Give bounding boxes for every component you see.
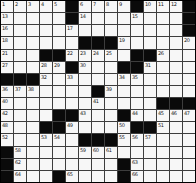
black-cell-r8-c8	[92, 86, 104, 97]
white-cell-r12-c15[interactable]	[183, 134, 195, 145]
clue-number-47: 47	[184, 110, 189, 116]
clue-number-42: 42	[2, 110, 7, 116]
white-cell-r2-c11[interactable]: 15	[131, 13, 143, 24]
black-cell-r3-c15	[183, 25, 195, 36]
white-cell-r4-c3[interactable]	[27, 37, 39, 48]
white-cell-r1-c9[interactable]: 8	[105, 1, 117, 12]
white-cell-r5-c3[interactable]	[27, 50, 39, 61]
white-cell-r2-c3[interactable]	[27, 13, 39, 24]
white-cell-r10-c12[interactable]	[144, 110, 156, 121]
white-cell-r5-c15[interactable]	[183, 50, 195, 61]
black-cell-r11-c5	[53, 122, 65, 133]
clue-number-34: 34	[119, 74, 124, 80]
white-cell-r4-c11[interactable]	[131, 37, 143, 48]
clue-number-2: 2	[15, 1, 18, 7]
clue-number-27: 27	[2, 62, 7, 68]
clue-number-16: 16	[2, 25, 7, 31]
clue-number-60: 60	[93, 147, 98, 153]
white-cell-r1-c7[interactable]: 6	[79, 1, 91, 12]
white-cell-r12-c10[interactable]: 55	[118, 134, 130, 145]
clue-number-57: 57	[145, 134, 150, 140]
white-cell-r6-c3[interactable]	[27, 62, 39, 73]
black-cell-r11-c4	[40, 122, 52, 133]
white-cell-r10-c13[interactable]: 45	[157, 110, 169, 121]
clue-number-30: 30	[80, 62, 85, 68]
white-cell-r2-c14[interactable]	[170, 13, 182, 24]
white-cell-r9-c5[interactable]	[53, 98, 65, 109]
white-cell-r9-c8[interactable]: 41	[92, 98, 104, 109]
white-cell-r4-c6[interactable]	[66, 37, 78, 48]
white-cell-r3-c4[interactable]	[40, 25, 52, 36]
white-cell-r12-c2[interactable]	[14, 134, 26, 145]
white-cell-r13-c11[interactable]	[131, 147, 143, 158]
white-cell-r10-c11[interactable]: 44	[131, 110, 143, 121]
white-cell-r14-c7[interactable]	[79, 159, 91, 170]
clue-number-3: 3	[28, 1, 31, 7]
white-cell-r15-c12[interactable]	[144, 171, 156, 182]
clue-number-40: 40	[2, 98, 7, 104]
clue-number-65: 65	[67, 171, 72, 177]
white-cell-r14-c14[interactable]	[170, 159, 182, 170]
white-cell-r13-c5[interactable]	[53, 147, 65, 158]
white-cell-r11-c10[interactable]: 50	[118, 122, 130, 133]
white-cell-r4-c10[interactable]: 19	[118, 37, 130, 48]
black-cell-r6-c11	[131, 62, 143, 73]
black-cell-r4-c7	[79, 37, 91, 48]
white-cell-r7-c8[interactable]	[92, 74, 104, 85]
white-cell-r4-c4[interactable]	[40, 37, 52, 48]
white-cell-r8-c10[interactable]	[118, 86, 130, 97]
clue-number-32: 32	[41, 74, 46, 80]
black-cell-r5-c4	[40, 50, 52, 61]
white-cell-r8-c9[interactable]: 39	[105, 86, 117, 97]
white-cell-r8-c14[interactable]	[170, 86, 182, 97]
black-cell-r9-c13	[157, 98, 169, 109]
white-cell-r6-c1[interactable]: 27	[1, 62, 13, 73]
white-cell-r1-c5[interactable]: 5	[53, 1, 65, 12]
white-cell-r9-c3[interactable]	[27, 98, 39, 109]
clue-number-64: 64	[15, 171, 20, 177]
black-cell-r13-c1	[1, 147, 13, 158]
white-cell-r2-c5[interactable]	[53, 13, 65, 24]
white-cell-r11-c7[interactable]	[79, 122, 91, 133]
black-cell-r4-c8	[92, 37, 104, 48]
clue-number-21: 21	[2, 50, 7, 56]
clue-number-26: 26	[158, 50, 163, 56]
white-cell-r6-c9[interactable]	[105, 62, 117, 73]
white-cell-r6-c15[interactable]	[183, 62, 195, 73]
white-cell-r5-c2[interactable]	[14, 50, 26, 61]
clue-number-11: 11	[158, 1, 163, 7]
black-cell-r10-c6	[66, 110, 78, 121]
white-cell-r13-c2[interactable]: 58	[14, 147, 26, 158]
clue-number-28: 28	[41, 62, 46, 68]
clue-number-6: 6	[80, 1, 83, 7]
white-cell-r12-c13[interactable]	[157, 134, 169, 145]
clue-number-66: 66	[132, 171, 137, 177]
white-cell-r10-c7[interactable]: 43	[79, 110, 91, 121]
white-cell-r6-c5[interactable]: 29	[53, 62, 65, 73]
white-cell-r13-c8[interactable]: 60	[92, 147, 104, 158]
white-cell-r12-c4[interactable]: 53	[40, 134, 52, 145]
white-cell-r5-c7[interactable]: 23	[79, 50, 91, 61]
white-cell-r14-c12[interactable]	[144, 159, 156, 170]
black-cell-r6-c6	[66, 62, 78, 73]
white-cell-r13-c9[interactable]: 61	[105, 147, 117, 158]
black-cell-r4-c9	[105, 37, 117, 48]
clue-number-8: 8	[106, 1, 109, 7]
clue-number-17: 17	[67, 25, 72, 31]
white-cell-r10-c4[interactable]	[40, 110, 52, 121]
white-cell-r14-c9[interactable]	[105, 159, 117, 170]
white-cell-r4-c12[interactable]	[144, 37, 156, 48]
white-cell-r8-c13[interactable]	[157, 86, 169, 97]
clue-number-54: 54	[54, 134, 59, 140]
white-cell-r9-c12[interactable]	[144, 98, 156, 109]
white-cell-r14-c5[interactable]	[53, 159, 65, 170]
white-cell-r12-c14[interactable]	[170, 134, 182, 145]
white-cell-r1-c12[interactable]: 10	[144, 1, 156, 12]
white-cell-r12-c3[interactable]	[27, 134, 39, 145]
black-cell-r9-c15	[183, 98, 195, 109]
white-cell-r9-c11[interactable]	[131, 98, 143, 109]
clue-number-10: 10	[145, 1, 150, 7]
white-cell-r15-c13[interactable]	[157, 171, 169, 182]
white-cell-r13-c12[interactable]	[144, 147, 156, 158]
white-cell-r3-c7[interactable]	[79, 25, 91, 36]
white-cell-r5-c10[interactable]	[118, 50, 130, 61]
white-cell-r15-c4[interactable]	[40, 171, 52, 182]
white-cell-r15-c8[interactable]	[92, 171, 104, 182]
clue-number-5: 5	[54, 1, 57, 7]
white-cell-r7-c9[interactable]	[105, 74, 117, 85]
white-cell-r12-c11[interactable]: 56	[131, 134, 143, 145]
white-cell-r11-c15[interactable]	[183, 122, 195, 133]
white-cell-r1-c2[interactable]: 2	[14, 1, 26, 12]
white-cell-r12-c6[interactable]	[66, 134, 78, 145]
white-cell-r3-c9[interactable]	[105, 25, 117, 36]
white-cell-r11-c2[interactable]	[14, 122, 26, 133]
white-cell-r4-c13[interactable]	[157, 37, 169, 48]
white-cell-r8-c6[interactable]	[66, 86, 78, 97]
white-cell-r1-c13[interactable]: 11	[157, 1, 169, 12]
clue-number-22: 22	[67, 50, 72, 56]
clue-number-37: 37	[15, 86, 20, 92]
black-cell-r5-c11	[131, 50, 143, 61]
white-cell-r4-c14[interactable]	[170, 37, 182, 48]
white-cell-r6-c12[interactable]: 31	[144, 62, 156, 73]
black-cell-r12-c8	[92, 134, 104, 145]
black-cell-r2-c6	[66, 13, 78, 24]
white-cell-r8-c15[interactable]	[183, 86, 195, 97]
clue-number-58: 58	[15, 147, 20, 153]
clue-number-36: 36	[2, 86, 7, 92]
clue-number-45: 45	[158, 110, 163, 116]
white-cell-r6-c13[interactable]	[157, 62, 169, 73]
white-cell-r4-c1[interactable]: 18	[1, 37, 13, 48]
white-cell-r7-c5[interactable]	[53, 74, 65, 85]
white-cell-r13-c10[interactable]	[118, 147, 130, 158]
white-cell-r13-c4[interactable]	[40, 147, 52, 158]
white-cell-r3-c13[interactable]	[157, 25, 169, 36]
white-cell-r3-c12[interactable]	[144, 25, 156, 36]
clue-number-38: 38	[28, 86, 33, 92]
black-cell-r15-c5	[53, 171, 65, 182]
white-cell-r15-c11[interactable]: 66	[131, 171, 143, 182]
white-cell-r2-c13[interactable]	[157, 13, 169, 24]
white-cell-r2-c1[interactable]: 13	[1, 13, 13, 24]
white-cell-r14-c8[interactable]	[92, 159, 104, 170]
clue-number-1: 1	[2, 1, 5, 7]
clue-number-29: 29	[54, 62, 59, 68]
white-cell-r13-c7[interactable]: 59	[79, 147, 91, 158]
white-cell-r11-c1[interactable]: 48	[1, 122, 13, 133]
white-cell-r6-c2[interactable]	[14, 62, 26, 73]
white-cell-r8-c3[interactable]: 38	[27, 86, 39, 97]
clue-number-55: 55	[119, 134, 124, 140]
white-cell-r7-c10[interactable]: 34	[118, 74, 130, 85]
white-cell-r1-c4[interactable]: 4	[40, 1, 52, 12]
white-cell-r3-c5[interactable]	[53, 25, 65, 36]
white-cell-r3-c11[interactable]	[131, 25, 143, 36]
white-cell-r5-c8[interactable]: 24	[92, 50, 104, 61]
white-cell-r6-c8[interactable]	[92, 62, 104, 73]
white-cell-r8-c11[interactable]	[131, 86, 143, 97]
clue-number-49: 49	[67, 122, 72, 128]
clue-number-20: 20	[184, 37, 189, 43]
white-cell-r12-c5[interactable]: 54	[53, 134, 65, 145]
white-cell-r14-c15[interactable]	[183, 159, 195, 170]
clue-number-51: 51	[158, 122, 163, 128]
clue-number-13: 13	[2, 13, 7, 19]
black-cell-r11-c11	[131, 122, 143, 133]
white-cell-r11-c6[interactable]: 49	[66, 122, 78, 133]
white-cell-r3-c6[interactable]: 17	[66, 25, 78, 36]
black-cell-r14-c10	[118, 159, 130, 170]
white-cell-r2-c10[interactable]	[118, 13, 130, 24]
clue-number-61: 61	[106, 147, 111, 153]
black-cell-r1-c15	[183, 1, 195, 12]
black-cell-r14-c1	[1, 159, 13, 170]
white-cell-r7-c6[interactable]: 33	[66, 74, 78, 85]
white-cell-r15-c3[interactable]	[27, 171, 39, 182]
clue-number-23: 23	[80, 50, 85, 56]
clue-number-35: 35	[132, 74, 137, 80]
clue-number-15: 15	[132, 13, 137, 19]
white-cell-r11-c9[interactable]	[105, 122, 117, 133]
white-cell-r12-c1[interactable]: 52	[1, 134, 13, 145]
clue-number-25: 25	[106, 50, 111, 56]
black-cell-r1-c11	[131, 1, 143, 12]
clue-number-41: 41	[93, 98, 98, 104]
black-cell-r7-c3	[27, 74, 39, 85]
clue-number-46: 46	[171, 110, 176, 116]
white-cell-r11-c13[interactable]: 51	[157, 122, 169, 133]
black-cell-r15-c1	[1, 171, 13, 182]
white-cell-r7-c11[interactable]: 35	[131, 74, 143, 85]
clue-number-39: 39	[106, 86, 111, 92]
white-cell-r7-c12[interactable]	[144, 74, 156, 85]
white-cell-r2-c12[interactable]	[144, 13, 156, 24]
white-cell-r8-c12[interactable]	[144, 86, 156, 97]
white-cell-r2-c2[interactable]	[14, 13, 26, 24]
white-cell-r7-c4[interactable]: 32	[40, 74, 52, 85]
white-cell-r13-c6[interactable]	[66, 147, 78, 158]
white-cell-r6-c14[interactable]	[170, 62, 182, 73]
white-cell-r10-c14[interactable]: 46	[170, 110, 182, 121]
black-cell-r12-c7	[79, 134, 91, 145]
white-cell-r10-c9[interactable]	[105, 110, 117, 121]
clue-number-24: 24	[93, 50, 98, 56]
white-cell-r5-c9[interactable]: 25	[105, 50, 117, 61]
black-cell-r5-c5	[53, 50, 65, 61]
white-cell-r14-c2[interactable]: 62	[14, 159, 26, 170]
white-cell-r11-c14[interactable]	[170, 122, 182, 133]
clue-number-56: 56	[132, 134, 137, 140]
white-cell-r15-c6[interactable]: 65	[66, 171, 78, 182]
clue-number-59: 59	[80, 147, 85, 153]
white-cell-r7-c13[interactable]	[157, 74, 169, 85]
black-cell-r10-c10	[118, 110, 130, 121]
white-cell-r15-c14[interactable]	[170, 171, 182, 182]
white-cell-r9-c1[interactable]: 40	[1, 98, 13, 109]
white-cell-r1-c10[interactable]: 9	[118, 1, 130, 12]
clue-number-48: 48	[2, 122, 7, 128]
white-cell-r15-c15[interactable]	[183, 171, 195, 182]
white-cell-r14-c4[interactable]	[40, 159, 52, 170]
black-cell-r6-c10	[118, 62, 130, 73]
clue-number-14: 14	[80, 13, 85, 19]
white-cell-r15-c2[interactable]: 64	[14, 171, 26, 182]
black-cell-r1-c6	[66, 1, 78, 12]
white-cell-r4-c15[interactable]: 20	[183, 37, 195, 48]
white-cell-r1-c1[interactable]: 1	[1, 1, 13, 12]
white-cell-r8-c2[interactable]: 37	[14, 86, 26, 97]
white-cell-r9-c7[interactable]	[79, 98, 91, 109]
white-cell-r10-c8[interactable]	[92, 110, 104, 121]
white-cell-r10-c3[interactable]	[27, 110, 39, 121]
clue-number-44: 44	[132, 110, 137, 116]
black-cell-r5-c12	[144, 50, 156, 61]
white-cell-r6-c7[interactable]: 30	[79, 62, 91, 73]
black-cell-r15-c10	[118, 171, 130, 182]
black-cell-r11-c12	[144, 122, 156, 133]
white-cell-r9-c6[interactable]	[66, 98, 78, 109]
white-cell-r5-c1[interactable]: 21	[1, 50, 13, 61]
clue-number-18: 18	[2, 37, 7, 43]
white-cell-r15-c9[interactable]	[105, 171, 117, 182]
white-cell-r10-c2[interactable]	[14, 110, 26, 121]
white-cell-r7-c7[interactable]	[79, 74, 91, 85]
white-cell-r13-c13[interactable]	[157, 147, 169, 158]
white-cell-r9-c10[interactable]	[118, 98, 130, 109]
crossword-grid: 1234567891011121314151617181920212223242…	[0, 0, 196, 183]
clue-number-53: 53	[41, 134, 46, 140]
white-cell-r5-c13[interactable]: 26	[157, 50, 169, 61]
black-cell-r7-c2	[14, 74, 26, 85]
white-cell-r9-c9[interactable]	[105, 98, 117, 109]
white-cell-r8-c5[interactable]	[53, 86, 65, 97]
clue-number-63: 63	[132, 159, 137, 165]
white-cell-r2-c9[interactable]	[105, 13, 117, 24]
clue-number-43: 43	[80, 110, 85, 116]
clue-number-9: 9	[119, 1, 122, 7]
white-cell-r11-c8[interactable]	[92, 122, 104, 133]
black-cell-r9-c14	[170, 98, 182, 109]
white-cell-r1-c3[interactable]: 3	[27, 1, 39, 12]
white-cell-r14-c13[interactable]	[157, 159, 169, 170]
clue-number-4: 4	[41, 1, 44, 7]
white-cell-r1-c14[interactable]: 12	[170, 1, 182, 12]
white-cell-r3-c2[interactable]	[14, 25, 26, 36]
white-cell-r12-c12[interactable]: 57	[144, 134, 156, 145]
clue-number-52: 52	[2, 134, 7, 140]
clue-number-12: 12	[171, 1, 176, 7]
white-cell-r8-c7[interactable]	[79, 86, 91, 97]
white-cell-r3-c3[interactable]	[27, 25, 39, 36]
white-cell-r3-c8[interactable]	[92, 25, 104, 36]
clue-number-31: 31	[145, 62, 150, 68]
white-cell-r10-c15[interactable]: 47	[183, 110, 195, 121]
white-cell-r2-c7[interactable]: 14	[79, 13, 91, 24]
white-cell-r13-c15[interactable]	[183, 147, 195, 158]
white-cell-r3-c10[interactable]	[118, 25, 130, 36]
clue-number-50: 50	[119, 122, 124, 128]
white-cell-r3-c14[interactable]	[170, 25, 182, 36]
white-cell-r5-c14[interactable]	[170, 50, 182, 61]
white-cell-r4-c5[interactable]	[53, 37, 65, 48]
clue-number-19: 19	[119, 37, 124, 43]
white-cell-r4-c2[interactable]	[14, 37, 26, 48]
white-cell-r1-c8[interactable]: 7	[92, 1, 104, 12]
white-cell-r14-c3[interactable]	[27, 159, 39, 170]
white-cell-r5-c6[interactable]: 22	[66, 50, 78, 61]
white-cell-r2-c4[interactable]	[40, 13, 52, 24]
white-cell-r15-c7[interactable]	[79, 171, 91, 182]
white-cell-r2-c8[interactable]	[92, 13, 104, 24]
white-cell-r10-c1[interactable]: 42	[1, 110, 13, 121]
black-cell-r10-c5	[53, 110, 65, 121]
clue-number-7: 7	[93, 1, 96, 7]
white-cell-r6-c4[interactable]: 28	[40, 62, 52, 73]
black-cell-r7-c1	[1, 74, 13, 85]
white-cell-r13-c3[interactable]	[27, 147, 39, 158]
clue-number-33: 33	[67, 74, 72, 80]
white-cell-r8-c1[interactable]: 36	[1, 86, 13, 97]
clue-number-62: 62	[15, 159, 20, 165]
white-cell-r14-c11[interactable]: 63	[131, 159, 143, 170]
white-cell-r7-c14[interactable]	[170, 74, 182, 85]
white-cell-r3-c1[interactable]: 16	[1, 25, 13, 36]
white-cell-r7-c15[interactable]	[183, 74, 195, 85]
white-cell-r8-c4[interactable]	[40, 86, 52, 97]
black-cell-r12-c9	[105, 134, 117, 145]
black-cell-r2-c15	[183, 13, 195, 24]
white-cell-r13-c14[interactable]	[170, 147, 182, 158]
white-cell-r11-c3[interactable]	[27, 122, 39, 133]
white-cell-r9-c4[interactable]	[40, 98, 52, 109]
white-cell-r14-c6[interactable]	[66, 159, 78, 170]
white-cell-r9-c2[interactable]	[14, 98, 26, 109]
